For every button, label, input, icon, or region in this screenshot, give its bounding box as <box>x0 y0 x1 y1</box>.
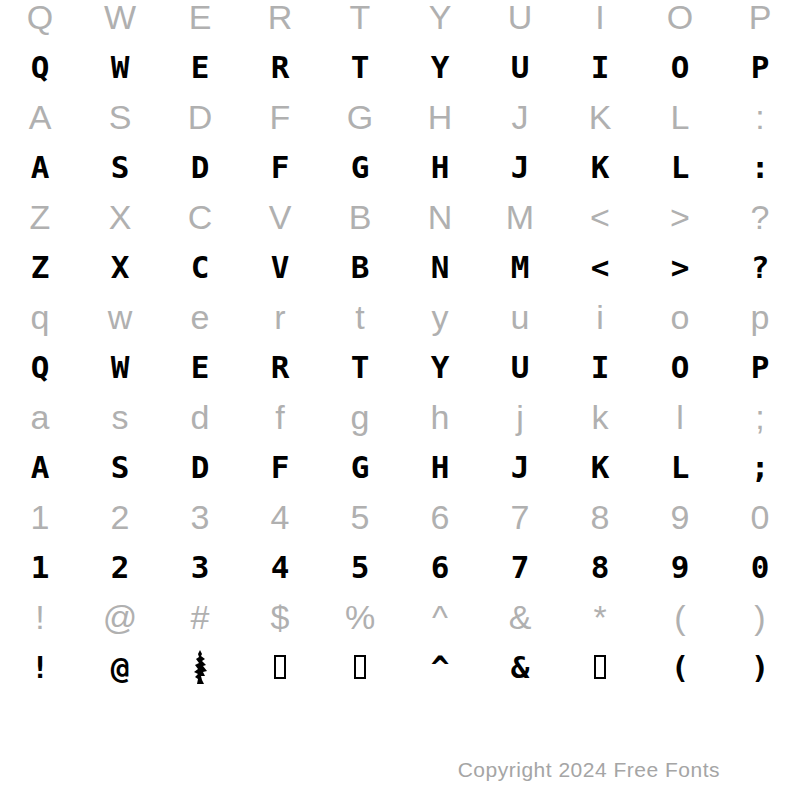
reference-glyph: 1 <box>31 500 50 534</box>
specimen-glyph: C <box>191 252 210 283</box>
reference-glyph: y <box>432 300 449 334</box>
specimen-glyph: P <box>751 352 770 383</box>
reference-glyph: s <box>112 400 129 434</box>
reference-glyph: 5 <box>351 500 370 534</box>
reference-glyph: C <box>188 200 213 234</box>
specimen-glyph: O <box>671 352 690 383</box>
reference-glyph: Q <box>27 0 53 34</box>
reference-glyph: d <box>191 400 210 434</box>
specimen-row: 1234567890 <box>0 542 800 592</box>
reference-glyph: O <box>667 0 693 34</box>
specimen-glyph: ( <box>671 652 690 683</box>
specimen-glyph: T <box>351 52 370 83</box>
reference-glyph: 3 <box>191 500 210 534</box>
reference-glyph: A <box>29 100 52 134</box>
specimen-glyph: R <box>271 52 290 83</box>
specimen-glyph: G <box>351 152 370 183</box>
specimen-glyph: 4 <box>271 552 290 583</box>
reference-glyph: 0 <box>751 500 770 534</box>
reference-glyph: ^ <box>432 600 448 634</box>
reference-glyph: e <box>191 300 210 334</box>
reference-glyph: l <box>676 400 684 434</box>
reference-glyph: k <box>592 400 609 434</box>
specimen-glyph: J <box>511 152 530 183</box>
specimen-glyph: S <box>111 452 130 483</box>
reference-glyph: U <box>508 0 533 34</box>
specimen-glyph: O <box>671 52 690 83</box>
specimen-glyph: F <box>271 152 290 183</box>
specimen-glyph: 1 <box>31 552 50 583</box>
reference-glyph: P <box>749 0 772 34</box>
specimen-glyph: V <box>271 252 290 283</box>
reference-glyph: 4 <box>271 500 290 534</box>
reference-glyph: p <box>751 300 770 334</box>
specimen-glyph: 6 <box>431 552 450 583</box>
specimen-glyph: Z <box>31 252 50 283</box>
specimen-glyph: < <box>591 252 610 283</box>
reference-glyph: H <box>428 100 453 134</box>
specimen-glyph: X <box>111 252 130 283</box>
specimen-glyph: E <box>191 52 210 83</box>
reference-glyph: : <box>755 100 764 134</box>
reference-row: !@#$%^&*() <box>0 592 800 642</box>
missing-glyph-box <box>354 655 366 679</box>
specimen-glyph: ^ <box>431 652 450 683</box>
specimen-row: ASDFGHJKL; <box>0 442 800 492</box>
reference-glyph: D <box>188 100 213 134</box>
reference-glyph: ; <box>755 400 764 434</box>
specimen-glyph: K <box>591 152 610 183</box>
specimen-glyph: ) <box>751 652 770 683</box>
reference-glyph: T <box>350 0 371 34</box>
specimen-glyph: 0 <box>751 552 770 583</box>
specimen-glyph: L <box>671 452 690 483</box>
reference-glyph: M <box>506 200 534 234</box>
reference-glyph: a <box>31 400 50 434</box>
specimen-glyph: H <box>431 152 450 183</box>
specimen-glyph: Q <box>31 52 50 83</box>
specimen-row: QWERTYUIOP <box>0 42 800 92</box>
missing-glyph-box <box>274 655 286 679</box>
specimen-glyph: N <box>431 252 450 283</box>
specimen-glyph: A <box>31 452 50 483</box>
reference-row: ASDFGHJKL: <box>0 92 800 142</box>
specimen-glyph: Y <box>431 352 450 383</box>
specimen-glyph: E <box>191 352 210 383</box>
specimen-glyph: & <box>511 652 530 683</box>
specimen-row: !@^&() <box>0 642 800 692</box>
reference-glyph: V <box>269 200 292 234</box>
reference-glyph: E <box>189 0 212 34</box>
reference-glyph: K <box>589 100 612 134</box>
reference-glyph: * <box>593 600 606 634</box>
specimen-row: ASDFGHJKL: <box>0 142 800 192</box>
specimen-glyph: T <box>351 352 370 383</box>
specimen-glyph: D <box>191 152 210 183</box>
reference-glyph: < <box>590 200 610 234</box>
reference-glyph: G <box>347 100 373 134</box>
reference-glyph: @ <box>103 600 138 634</box>
specimen-glyph: P <box>751 52 770 83</box>
reference-glyph: W <box>104 0 136 34</box>
reference-glyph: N <box>428 200 453 234</box>
reference-glyph: 2 <box>111 500 130 534</box>
specimen-glyph: ! <box>31 652 50 683</box>
specimen-glyph: A <box>31 152 50 183</box>
tofu-box-icon <box>354 655 366 679</box>
reference-glyph: f <box>275 400 284 434</box>
specimen-glyph: H <box>431 452 450 483</box>
reference-glyph: 8 <box>591 500 610 534</box>
specimen-glyph: D <box>191 452 210 483</box>
reference-glyph: Z <box>30 200 51 234</box>
reference-glyph: $ <box>271 600 290 634</box>
specimen-glyph: K <box>591 452 610 483</box>
specimen-glyph: Q <box>31 352 50 383</box>
reference-glyph: g <box>351 400 370 434</box>
reference-glyph: L <box>671 100 690 134</box>
specimen-glyph: 2 <box>111 552 130 583</box>
specimen-glyph: 3 <box>191 552 210 583</box>
reference-glyph: j <box>516 400 524 434</box>
reference-glyph: F <box>270 100 291 134</box>
reference-glyph: S <box>109 100 132 134</box>
reference-glyph: r <box>274 300 285 334</box>
specimen-glyph: M <box>511 252 530 283</box>
font-specimen-sheet: QWERTYUIOPQWERTYUIOPASDFGHJKL:ASDFGHJKL:… <box>0 0 800 800</box>
reference-glyph: R <box>268 0 293 34</box>
specimen-glyph: 5 <box>351 552 370 583</box>
specimen-glyph: F <box>271 452 290 483</box>
reference-glyph: B <box>349 200 372 234</box>
specimen-glyph: L <box>671 152 690 183</box>
specimen-glyph: J <box>511 452 530 483</box>
reference-row: ZXCVBNM<>? <box>0 192 800 242</box>
specimen-glyph: ? <box>751 252 770 283</box>
reference-row: QWERTYUIOP <box>0 0 800 42</box>
tofu-box-icon <box>274 655 286 679</box>
specimen-glyph: R <box>271 352 290 383</box>
reference-glyph: Y <box>429 0 452 34</box>
scribble-hash-glyph-icon <box>192 650 208 684</box>
specimen-glyph: : <box>751 152 770 183</box>
reference-glyph: ! <box>35 600 44 634</box>
missing-glyph-box <box>594 655 606 679</box>
specimen-glyph: W <box>111 52 130 83</box>
reference-glyph: & <box>509 600 532 634</box>
reference-glyph: > <box>670 200 690 234</box>
reference-row: asdfghjkl; <box>0 392 800 442</box>
specimen-glyph: 7 <box>511 552 530 583</box>
specimen-glyph: U <box>511 352 530 383</box>
copyright-text: Copyright 2024 Free Fonts <box>458 758 720 782</box>
reference-glyph: I <box>595 0 604 34</box>
specimen-row: QWERTYUIOP <box>0 342 800 392</box>
specimen-glyph: B <box>351 252 370 283</box>
specimen-glyph: I <box>591 52 610 83</box>
reference-glyph: o <box>671 300 690 334</box>
reference-glyph: % <box>345 600 375 634</box>
specimen-glyph: 9 <box>671 552 690 583</box>
specimen-glyph: I <box>591 352 610 383</box>
reference-glyph: 6 <box>431 500 450 534</box>
specimen-glyph: S <box>111 152 130 183</box>
specimen-glyph: @ <box>111 652 130 683</box>
reference-glyph: J <box>512 100 529 134</box>
reference-glyph: X <box>109 200 132 234</box>
reference-glyph: i <box>596 300 604 334</box>
reference-glyph: ( <box>674 600 685 634</box>
specimen-glyph: G <box>351 452 370 483</box>
specimen-glyph: ; <box>751 452 770 483</box>
reference-glyph: h <box>431 400 450 434</box>
reference-glyph: 9 <box>671 500 690 534</box>
reference-row: qwertyuiop <box>0 292 800 342</box>
reference-row: 1234567890 <box>0 492 800 542</box>
specimen-glyph: W <box>111 352 130 383</box>
specimen-glyph: U <box>511 52 530 83</box>
reference-glyph: q <box>31 300 50 334</box>
reference-glyph: u <box>511 300 530 334</box>
character-grid: QWERTYUIOPQWERTYUIOPASDFGHJKL:ASDFGHJKL:… <box>0 0 800 692</box>
reference-glyph: t <box>355 300 364 334</box>
specimen-row: ZXCVBNM<>? <box>0 242 800 292</box>
reference-glyph: 7 <box>511 500 530 534</box>
reference-glyph: ? <box>751 200 770 234</box>
specimen-glyph: > <box>671 252 690 283</box>
specimen-glyph: Y <box>431 52 450 83</box>
reference-glyph: w <box>108 300 133 334</box>
reference-glyph: ) <box>754 600 765 634</box>
tofu-box-icon <box>594 655 606 679</box>
specimen-glyph: 8 <box>591 552 610 583</box>
reference-glyph: # <box>191 600 210 634</box>
